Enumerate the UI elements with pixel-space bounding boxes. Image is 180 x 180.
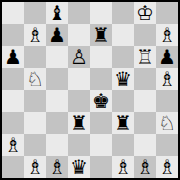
piece-white-bishop[interactable]: ♗ (158, 24, 176, 46)
square-g6[interactable]: ♖ (134, 46, 156, 68)
piece-black-bishop[interactable]: ♝ (48, 2, 66, 24)
square-c2[interactable] (46, 134, 68, 156)
square-e5[interactable] (90, 68, 112, 90)
square-e6[interactable] (90, 46, 112, 68)
piece-black-queen[interactable]: ♛ (70, 156, 88, 178)
square-d2[interactable] (68, 134, 90, 156)
piece-white-bishop[interactable]: ♗ (26, 156, 44, 178)
square-b1[interactable]: ♗ (24, 156, 46, 178)
square-g4[interactable] (134, 90, 156, 112)
chess-board: ♝♔♗♟♜♗♟♙♖♟♘♛♗♚♜♜♘♗♗♗♛♗♗♗ (2, 2, 178, 178)
square-f2[interactable] (112, 134, 134, 156)
square-e7[interactable]: ♜ (90, 24, 112, 46)
square-g3[interactable] (134, 112, 156, 134)
square-c4[interactable] (46, 90, 68, 112)
square-h5[interactable]: ♗ (156, 68, 178, 90)
square-b6[interactable] (24, 46, 46, 68)
piece-black-pawn[interactable]: ♟ (158, 46, 176, 68)
square-g2[interactable] (134, 134, 156, 156)
piece-white-king[interactable]: ♔ (136, 2, 154, 24)
piece-black-pawn[interactable]: ♟ (48, 24, 66, 46)
square-g1[interactable]: ♗ (134, 156, 156, 178)
square-h3[interactable]: ♘ (156, 112, 178, 134)
square-f3[interactable]: ♜ (112, 112, 134, 134)
piece-white-bishop[interactable]: ♗ (114, 156, 132, 178)
square-d5[interactable] (68, 68, 90, 90)
piece-white-bishop[interactable]: ♗ (4, 134, 22, 156)
piece-black-rook[interactable]: ♜ (114, 112, 132, 134)
square-e2[interactable] (90, 134, 112, 156)
square-b5[interactable]: ♘ (24, 68, 46, 90)
square-a8[interactable] (2, 2, 24, 24)
square-e3[interactable] (90, 112, 112, 134)
square-d1[interactable]: ♛ (68, 156, 90, 178)
square-f7[interactable] (112, 24, 134, 46)
square-c1[interactable]: ♗ (46, 156, 68, 178)
square-d3[interactable]: ♜ (68, 112, 90, 134)
piece-black-rook[interactable]: ♜ (70, 112, 88, 134)
square-h1[interactable]: ♗ (156, 156, 178, 178)
square-c8[interactable]: ♝ (46, 2, 68, 24)
square-c3[interactable] (46, 112, 68, 134)
piece-white-bishop[interactable]: ♗ (158, 156, 176, 178)
piece-white-knight[interactable]: ♘ (26, 68, 44, 90)
square-c6[interactable] (46, 46, 68, 68)
square-a7[interactable] (2, 24, 24, 46)
square-b2[interactable] (24, 134, 46, 156)
square-d6[interactable]: ♙ (68, 46, 90, 68)
square-a2[interactable]: ♗ (2, 134, 24, 156)
square-d7[interactable] (68, 24, 90, 46)
piece-white-bishop[interactable]: ♗ (158, 68, 176, 90)
piece-white-rook[interactable]: ♖ (136, 46, 154, 68)
square-g7[interactable] (134, 24, 156, 46)
square-a1[interactable] (2, 156, 24, 178)
square-h7[interactable]: ♗ (156, 24, 178, 46)
chess-board-frame: ♝♔♗♟♜♗♟♙♖♟♘♛♗♚♜♜♘♗♗♗♛♗♗♗ (0, 0, 180, 180)
square-a4[interactable] (2, 90, 24, 112)
piece-white-pawn[interactable]: ♙ (70, 46, 88, 68)
square-f5[interactable]: ♛ (112, 68, 134, 90)
square-h2[interactable] (156, 134, 178, 156)
square-e8[interactable] (90, 2, 112, 24)
square-b8[interactable] (24, 2, 46, 24)
square-h8[interactable] (156, 2, 178, 24)
piece-white-bishop[interactable]: ♗ (26, 24, 44, 46)
piece-black-pawn[interactable]: ♟ (4, 46, 22, 68)
square-f4[interactable] (112, 90, 134, 112)
piece-black-rook[interactable]: ♜ (92, 24, 110, 46)
square-d4[interactable] (68, 90, 90, 112)
square-d8[interactable] (68, 2, 90, 24)
piece-white-bishop[interactable]: ♗ (136, 156, 154, 178)
piece-white-bishop[interactable]: ♗ (48, 156, 66, 178)
square-g5[interactable] (134, 68, 156, 90)
square-e4[interactable]: ♚ (90, 90, 112, 112)
piece-black-queen[interactable]: ♛ (114, 68, 132, 90)
square-e1[interactable] (90, 156, 112, 178)
square-g8[interactable]: ♔ (134, 2, 156, 24)
square-f1[interactable]: ♗ (112, 156, 134, 178)
square-h6[interactable]: ♟ (156, 46, 178, 68)
square-f6[interactable] (112, 46, 134, 68)
square-a5[interactable] (2, 68, 24, 90)
square-b3[interactable] (24, 112, 46, 134)
square-b4[interactable] (24, 90, 46, 112)
square-f8[interactable] (112, 2, 134, 24)
piece-black-king[interactable]: ♚ (92, 90, 110, 112)
square-c5[interactable] (46, 68, 68, 90)
piece-white-knight[interactable]: ♘ (158, 112, 176, 134)
square-b7[interactable]: ♗ (24, 24, 46, 46)
square-h4[interactable] (156, 90, 178, 112)
square-c7[interactable]: ♟ (46, 24, 68, 46)
square-a6[interactable]: ♟ (2, 46, 24, 68)
square-a3[interactable] (2, 112, 24, 134)
